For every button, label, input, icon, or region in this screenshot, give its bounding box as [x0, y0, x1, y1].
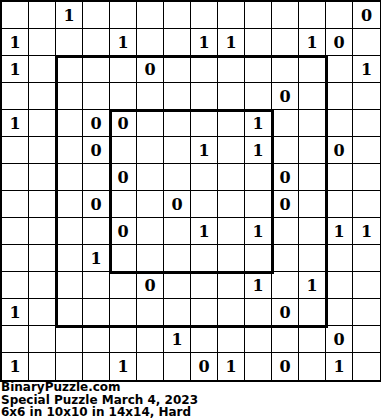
cell-r5c11[interactable]: [299, 137, 326, 164]
cell-r5c2[interactable]: [56, 137, 83, 164]
cell-r5c4[interactable]: [110, 137, 137, 164]
cell-r12c1[interactable]: [29, 326, 56, 353]
cell-r6c7[interactable]: [191, 164, 218, 191]
cell-r8c9: 1: [245, 218, 272, 245]
cell-r6c12[interactable]: [326, 164, 353, 191]
cell-r1c13[interactable]: [353, 29, 380, 56]
cell-r12c6: 1: [164, 326, 191, 353]
cell-r6c0[interactable]: [2, 164, 29, 191]
cell-r3c3[interactable]: [83, 83, 110, 110]
site-title: BinaryPuzzle.com: [1, 381, 381, 394]
cell-r1c1[interactable]: [29, 29, 56, 56]
cell-r12c5[interactable]: [137, 326, 164, 353]
cell-r8c2[interactable]: [56, 218, 83, 245]
cell-r0c2: 1: [56, 2, 83, 29]
cell-r3c4[interactable]: [110, 83, 137, 110]
cell-r8c3[interactable]: [83, 218, 110, 245]
cell-r8c13: 1: [353, 218, 380, 245]
cell-r1c10[interactable]: [272, 29, 299, 56]
cell-r6c9[interactable]: [245, 164, 272, 191]
cell-r9c10[interactable]: [272, 245, 299, 272]
cell-r4c10[interactable]: [272, 110, 299, 137]
cell-r7c12[interactable]: [326, 191, 353, 218]
cell-r5c5[interactable]: [137, 137, 164, 164]
cell-r1c8: 1: [218, 29, 245, 56]
cell-r13c8: 1: [218, 353, 245, 380]
cell-r8c0[interactable]: [2, 218, 29, 245]
puzzle-footer: BinaryPuzzle.com Special Puzzle March 4,…: [1, 381, 381, 419]
cell-r10c6[interactable]: [164, 272, 191, 299]
cell-r5c9: 1: [245, 137, 272, 164]
cell-r5c7: 1: [191, 137, 218, 164]
cell-r4c8[interactable]: [218, 110, 245, 137]
cell-r3c11[interactable]: [299, 83, 326, 110]
cell-r11c8[interactable]: [218, 299, 245, 326]
cell-r13c13[interactable]: [353, 353, 380, 380]
cell-r13c6[interactable]: [164, 353, 191, 380]
cell-r0c9[interactable]: [245, 2, 272, 29]
cell-r8c10[interactable]: [272, 218, 299, 245]
cell-r5c1[interactable]: [29, 137, 56, 164]
cell-r7c9[interactable]: [245, 191, 272, 218]
cell-r13c3[interactable]: [83, 353, 110, 380]
cell-r10c7[interactable]: [191, 272, 218, 299]
cell-r4c7[interactable]: [191, 110, 218, 137]
cell-r6c3[interactable]: [83, 164, 110, 191]
cell-r11c3[interactable]: [83, 299, 110, 326]
cell-r11c0: 1: [2, 299, 29, 326]
cell-r0c6[interactable]: [164, 2, 191, 29]
cell-r10c0[interactable]: [2, 272, 29, 299]
cell-r12c7[interactable]: [191, 326, 218, 353]
cell-r0c5[interactable]: [137, 2, 164, 29]
cell-r8c1[interactable]: [29, 218, 56, 245]
puzzle-page: 1011111010101001011000000011111011101011…: [0, 0, 381, 419]
cell-r9c4[interactable]: [110, 245, 137, 272]
cell-r2c10[interactable]: [272, 56, 299, 83]
cell-r6c6[interactable]: [164, 164, 191, 191]
cell-r5c8[interactable]: [218, 137, 245, 164]
cell-r1c9[interactable]: [245, 29, 272, 56]
cell-r12c9[interactable]: [245, 326, 272, 353]
cell-r11c11[interactable]: [299, 299, 326, 326]
cell-r3c0[interactable]: [2, 83, 29, 110]
cell-r11c4[interactable]: [110, 299, 137, 326]
cell-r13c0: 1: [2, 353, 29, 380]
cell-r4c13[interactable]: [353, 110, 380, 137]
cell-r6c11[interactable]: [299, 164, 326, 191]
cell-r13c9[interactable]: [245, 353, 272, 380]
cell-r9c5[interactable]: [137, 245, 164, 272]
cell-r12c3[interactable]: [83, 326, 110, 353]
cell-r2c5: 0: [137, 56, 164, 83]
cell-r3c13[interactable]: [353, 83, 380, 110]
cell-r12c4[interactable]: [110, 326, 137, 353]
cell-r11c6[interactable]: [164, 299, 191, 326]
cell-r0c7[interactable]: [191, 2, 218, 29]
cell-r7c0[interactable]: [2, 191, 29, 218]
cell-r11c9[interactable]: [245, 299, 272, 326]
cell-r6c10: 0: [272, 164, 299, 191]
cell-r1c11: 1: [299, 29, 326, 56]
cell-r3c5[interactable]: [137, 83, 164, 110]
cell-r3c1[interactable]: [29, 83, 56, 110]
cell-r11c5[interactable]: [137, 299, 164, 326]
cell-r2c8[interactable]: [218, 56, 245, 83]
cell-r9c11[interactable]: [299, 245, 326, 272]
cell-r9c13[interactable]: [353, 245, 380, 272]
cell-r4c4: 0: [110, 110, 137, 137]
cell-r4c2[interactable]: [56, 110, 83, 137]
cell-r7c11[interactable]: [299, 191, 326, 218]
cell-r11c13[interactable]: [353, 299, 380, 326]
cell-r10c10[interactable]: [272, 272, 299, 299]
cell-r8c12: 1: [326, 218, 353, 245]
cell-r2c3[interactable]: [83, 56, 110, 83]
cell-r11c2[interactable]: [56, 299, 83, 326]
cell-r9c1[interactable]: [29, 245, 56, 272]
cell-r2c7[interactable]: [191, 56, 218, 83]
cell-r8c4: 0: [110, 218, 137, 245]
cell-r7c7[interactable]: [191, 191, 218, 218]
cell-r9c2[interactable]: [56, 245, 83, 272]
cell-r9c8[interactable]: [218, 245, 245, 272]
cell-r9c12[interactable]: [326, 245, 353, 272]
cell-r4c11[interactable]: [299, 110, 326, 137]
cell-r2c6[interactable]: [164, 56, 191, 83]
cell-r6c4: 0: [110, 164, 137, 191]
cell-r8c7: 1: [191, 218, 218, 245]
cell-r3c2[interactable]: [56, 83, 83, 110]
cell-r6c2[interactable]: [56, 164, 83, 191]
cell-r12c0[interactable]: [2, 326, 29, 353]
cell-r7c5[interactable]: [137, 191, 164, 218]
cell-r10c2[interactable]: [56, 272, 83, 299]
cell-r13c7: 0: [191, 353, 218, 380]
cell-r12c10[interactable]: [272, 326, 299, 353]
cell-r0c13: 0: [353, 2, 380, 29]
cell-r10c3[interactable]: [83, 272, 110, 299]
cell-r12c2[interactable]: [56, 326, 83, 353]
cell-r9c3: 1: [83, 245, 110, 272]
cell-r7c4[interactable]: [110, 191, 137, 218]
cell-r4c9: 1: [245, 110, 272, 137]
cell-r3c6[interactable]: [164, 83, 191, 110]
cell-r13c5[interactable]: [137, 353, 164, 380]
cell-r8c8[interactable]: [218, 218, 245, 245]
cell-r12c13[interactable]: [353, 326, 380, 353]
cell-r2c11[interactable]: [299, 56, 326, 83]
cell-r11c1[interactable]: [29, 299, 56, 326]
cell-r10c8[interactable]: [218, 272, 245, 299]
cell-r0c0[interactable]: [2, 2, 29, 29]
cell-r9c7[interactable]: [191, 245, 218, 272]
cell-r13c12: 1: [326, 353, 353, 380]
puzzle-description: 6x6 in 10x10 in 14x14, Hard: [1, 406, 381, 419]
cell-r11c10: 0: [272, 299, 299, 326]
cell-r7c13[interactable]: [353, 191, 380, 218]
cell-r12c11[interactable]: [299, 326, 326, 353]
cell-r5c0[interactable]: [2, 137, 29, 164]
cell-r2c0: 1: [2, 56, 29, 83]
cell-r0c12[interactable]: [326, 2, 353, 29]
cell-r0c8[interactable]: [218, 2, 245, 29]
cell-r2c2[interactable]: [56, 56, 83, 83]
cell-r5c12: 0: [326, 137, 353, 164]
cell-r9c6[interactable]: [164, 245, 191, 272]
cell-r4c0: 1: [2, 110, 29, 137]
cell-r9c0[interactable]: [2, 245, 29, 272]
cell-r13c11[interactable]: [299, 353, 326, 380]
cell-r13c4: 1: [110, 353, 137, 380]
cell-r10c5: 0: [137, 272, 164, 299]
cell-r1c3[interactable]: [83, 29, 110, 56]
cell-r3c12[interactable]: [326, 83, 353, 110]
cell-r2c1[interactable]: [29, 56, 56, 83]
cell-r4c12[interactable]: [326, 110, 353, 137]
cell-r2c4[interactable]: [110, 56, 137, 83]
cell-r9c9[interactable]: [245, 245, 272, 272]
cell-r7c10: 0: [272, 191, 299, 218]
cell-r10c4[interactable]: [110, 272, 137, 299]
cell-r0c4[interactable]: [110, 2, 137, 29]
cell-r5c10[interactable]: [272, 137, 299, 164]
cell-r7c1[interactable]: [29, 191, 56, 218]
cell-r10c1[interactable]: [29, 272, 56, 299]
cell-r5c6[interactable]: [164, 137, 191, 164]
cell-r3c10: 0: [272, 83, 299, 110]
cell-r10c11: 1: [299, 272, 326, 299]
cell-r1c4: 1: [110, 29, 137, 56]
cell-r12c8[interactable]: [218, 326, 245, 353]
cell-r1c2[interactable]: [56, 29, 83, 56]
cell-r11c12[interactable]: [326, 299, 353, 326]
cell-r8c6[interactable]: [164, 218, 191, 245]
cell-r0c3[interactable]: [83, 2, 110, 29]
puzzle-board: 1011111010101001011000000011111011101011…: [0, 0, 381, 382]
cell-r6c13[interactable]: [353, 164, 380, 191]
cell-r13c1[interactable]: [29, 353, 56, 380]
cell-r4c6[interactable]: [164, 110, 191, 137]
cell-r1c6[interactable]: [164, 29, 191, 56]
cell-r8c11[interactable]: [299, 218, 326, 245]
cell-r7c6: 0: [164, 191, 191, 218]
cell-r1c0: 1: [2, 29, 29, 56]
cell-r10c9: 1: [245, 272, 272, 299]
cell-r10c13[interactable]: [353, 272, 380, 299]
cell-r6c8[interactable]: [218, 164, 245, 191]
cell-r3c7[interactable]: [191, 83, 218, 110]
cell-r7c8[interactable]: [218, 191, 245, 218]
cell-r11c7[interactable]: [191, 299, 218, 326]
cell-r10c12[interactable]: [326, 272, 353, 299]
cell-r5c3: 0: [83, 137, 110, 164]
cell-r2c13: 1: [353, 56, 380, 83]
cell-r6c5[interactable]: [137, 164, 164, 191]
cell-r4c1[interactable]: [29, 110, 56, 137]
cell-r12c12: 0: [326, 326, 353, 353]
cell-r3c9[interactable]: [245, 83, 272, 110]
cell-r5c13[interactable]: [353, 137, 380, 164]
cell-r4c5[interactable]: [137, 110, 164, 137]
cell-r1c12: 0: [326, 29, 353, 56]
cell-r13c10: 0: [272, 353, 299, 380]
cell-r2c12[interactable]: [326, 56, 353, 83]
cell-r8c5[interactable]: [137, 218, 164, 245]
cell-r0c10[interactable]: [272, 2, 299, 29]
cell-r13c2[interactable]: [56, 353, 83, 380]
cell-r1c7: 1: [191, 29, 218, 56]
cell-r6c1[interactable]: [29, 164, 56, 191]
cell-r4c3: 0: [83, 110, 110, 137]
cell-r1c5[interactable]: [137, 29, 164, 56]
cell-r0c11[interactable]: [299, 2, 326, 29]
cell-r2c9[interactable]: [245, 56, 272, 83]
cell-r7c3: 0: [83, 191, 110, 218]
cell-r0c1[interactable]: [29, 2, 56, 29]
cell-r7c2[interactable]: [56, 191, 83, 218]
cell-r3c8[interactable]: [218, 83, 245, 110]
